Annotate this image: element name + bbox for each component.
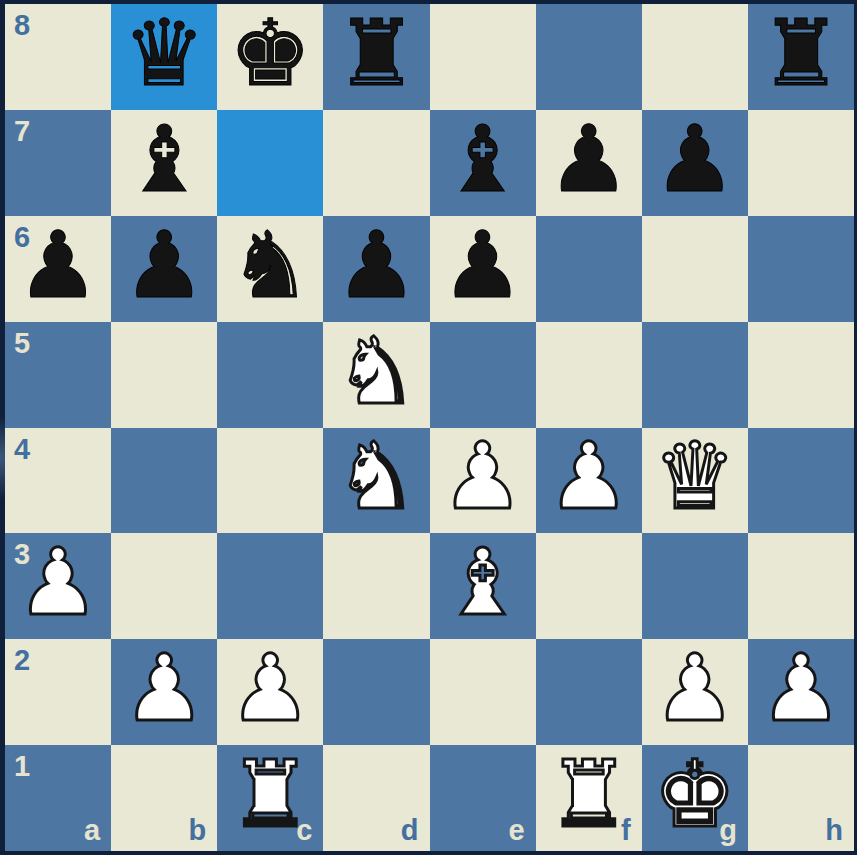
black-rook[interactable]: ♜ [760, 8, 842, 100]
rank-label-2: 2 [14, 646, 30, 675]
square-e6[interactable]: ♟ [430, 216, 536, 322]
square-b4[interactable] [111, 428, 217, 534]
black-pawn[interactable]: ♟ [441, 220, 523, 312]
square-g4[interactable]: ♛ [642, 428, 748, 534]
square-e2[interactable] [430, 639, 536, 745]
white-pawn[interactable]: ♟ [229, 643, 311, 735]
square-g5[interactable] [642, 322, 748, 428]
white-pawn[interactable]: ♟ [123, 643, 205, 735]
square-e4[interactable]: ♟ [430, 428, 536, 534]
white-queen[interactable]: ♛ [654, 431, 736, 523]
square-c3[interactable] [217, 533, 323, 639]
black-bishop[interactable]: ♝ [123, 114, 205, 206]
file-label-d: d [401, 816, 419, 845]
white-knight[interactable]: ♞ [335, 431, 417, 523]
square-g2[interactable]: ♟ [642, 639, 748, 745]
square-g6[interactable] [642, 216, 748, 322]
black-knight[interactable]: ♞ [229, 220, 311, 312]
white-pawn[interactable]: ♟ [441, 431, 523, 523]
square-h6[interactable] [748, 216, 854, 322]
square-f7[interactable]: ♟ [536, 110, 642, 216]
rank-label-1: 1 [14, 752, 30, 781]
square-e1[interactable]: e [430, 745, 536, 851]
square-f2[interactable] [536, 639, 642, 745]
black-pawn[interactable]: ♟ [123, 220, 205, 312]
square-g3[interactable] [642, 533, 748, 639]
square-h3[interactable] [748, 533, 854, 639]
black-pawn[interactable]: ♟ [17, 220, 99, 312]
square-a3[interactable]: 3♟ [5, 533, 111, 639]
square-g7[interactable]: ♟ [642, 110, 748, 216]
square-d3[interactable] [323, 533, 429, 639]
square-a7[interactable]: 7 [5, 110, 111, 216]
square-h2[interactable]: ♟ [748, 639, 854, 745]
square-c6[interactable]: ♞ [217, 216, 323, 322]
black-pawn[interactable]: ♟ [335, 220, 417, 312]
square-c5[interactable] [217, 322, 323, 428]
square-b6[interactable]: ♟ [111, 216, 217, 322]
square-b8[interactable]: ♛ [111, 4, 217, 110]
square-c8[interactable]: ♚ [217, 4, 323, 110]
square-a4[interactable]: 4 [5, 428, 111, 534]
square-d6[interactable]: ♟ [323, 216, 429, 322]
board-frame: 8♛♚♜♜7♝♝♟♟6♟♟♞♟♟5♞4♞♟♟♛3♟♝2♟♟♟♟1abc♜def♜… [0, 0, 857, 855]
file-label-b: b [189, 816, 207, 845]
white-bishop[interactable]: ♝ [441, 537, 523, 629]
square-a6[interactable]: 6♟ [5, 216, 111, 322]
rank-label-8: 8 [14, 11, 30, 40]
square-h1[interactable]: h [748, 745, 854, 851]
white-king[interactable]: ♚ [654, 749, 736, 841]
square-d7[interactable] [323, 110, 429, 216]
black-rook[interactable]: ♜ [335, 8, 417, 100]
square-c2[interactable]: ♟ [217, 639, 323, 745]
black-king[interactable]: ♚ [229, 8, 311, 100]
white-knight[interactable]: ♞ [335, 326, 417, 418]
square-a5[interactable]: 5 [5, 322, 111, 428]
square-d8[interactable]: ♜ [323, 4, 429, 110]
square-e5[interactable] [430, 322, 536, 428]
rank-label-4: 4 [14, 435, 30, 464]
square-a2[interactable]: 2 [5, 639, 111, 745]
square-g1[interactable]: g♚ [642, 745, 748, 851]
square-f3[interactable] [536, 533, 642, 639]
square-b5[interactable] [111, 322, 217, 428]
square-b3[interactable] [111, 533, 217, 639]
chess-board: 8♛♚♜♜7♝♝♟♟6♟♟♞♟♟5♞4♞♟♟♛3♟♝2♟♟♟♟1abc♜def♜… [5, 4, 854, 851]
file-label-e: e [508, 816, 524, 845]
square-e8[interactable] [430, 4, 536, 110]
square-f1[interactable]: f♜ [536, 745, 642, 851]
white-rook[interactable]: ♜ [547, 749, 629, 841]
square-b7[interactable]: ♝ [111, 110, 217, 216]
square-a8[interactable]: 8 [5, 4, 111, 110]
square-e3[interactable]: ♝ [430, 533, 536, 639]
square-g8[interactable] [642, 4, 748, 110]
black-pawn[interactable]: ♟ [547, 114, 629, 206]
square-f4[interactable]: ♟ [536, 428, 642, 534]
square-a1[interactable]: 1a [5, 745, 111, 851]
black-queen[interactable]: ♛ [123, 8, 205, 100]
square-c7[interactable] [217, 110, 323, 216]
square-f5[interactable] [536, 322, 642, 428]
white-pawn[interactable]: ♟ [547, 431, 629, 523]
square-h5[interactable] [748, 322, 854, 428]
square-h7[interactable] [748, 110, 854, 216]
square-d4[interactable]: ♞ [323, 428, 429, 534]
square-c1[interactable]: c♜ [217, 745, 323, 851]
square-h4[interactable] [748, 428, 854, 534]
square-h8[interactable]: ♜ [748, 4, 854, 110]
white-pawn[interactable]: ♟ [17, 537, 99, 629]
square-f6[interactable] [536, 216, 642, 322]
square-b1[interactable]: b [111, 745, 217, 851]
rank-label-7: 7 [14, 117, 30, 146]
black-bishop[interactable]: ♝ [441, 114, 523, 206]
square-e7[interactable]: ♝ [430, 110, 536, 216]
black-pawn[interactable]: ♟ [654, 114, 736, 206]
file-label-a: a [84, 816, 100, 845]
square-d2[interactable] [323, 639, 429, 745]
white-rook[interactable]: ♜ [229, 749, 311, 841]
white-pawn[interactable]: ♟ [760, 643, 842, 735]
file-label-h: h [825, 816, 843, 845]
square-d5[interactable]: ♞ [323, 322, 429, 428]
square-b2[interactable]: ♟ [111, 639, 217, 745]
square-d1[interactable]: d [323, 745, 429, 851]
square-c4[interactable] [217, 428, 323, 534]
square-f8[interactable] [536, 4, 642, 110]
white-pawn[interactable]: ♟ [654, 643, 736, 735]
rank-label-5: 5 [14, 329, 30, 358]
